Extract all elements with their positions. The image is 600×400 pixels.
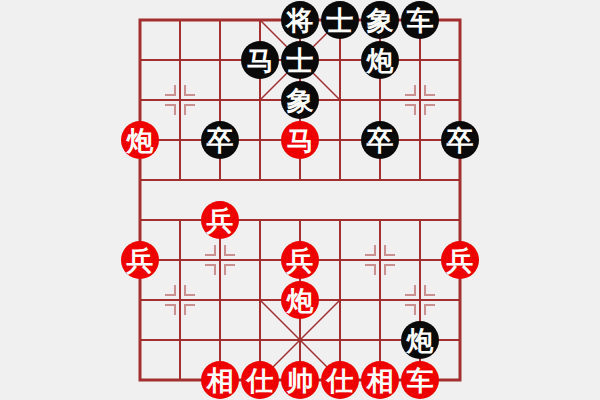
piece-black-advisor[interactable]: 士 (321, 1, 359, 39)
piece-black-soldier[interactable]: 卒 (441, 121, 479, 159)
piece-red-advisor[interactable]: 仕 (241, 361, 279, 399)
piece-red-soldier[interactable]: 兵 (201, 201, 239, 239)
piece-red-chariot[interactable]: 车 (401, 361, 439, 399)
piece-red-general[interactable]: 帅 (281, 361, 319, 399)
piece-black-elephant[interactable]: 象 (361, 1, 399, 39)
piece-red-advisor[interactable]: 仕 (321, 361, 359, 399)
piece-black-soldier[interactable]: 卒 (201, 121, 239, 159)
piece-red-soldier[interactable]: 兵 (281, 241, 319, 279)
piece-black-advisor[interactable]: 士 (281, 41, 319, 79)
piece-black-horse[interactable]: 马 (241, 41, 279, 79)
xiangqi-board-diagram: 将士象车马士炮象炮卒马卒卒兵兵兵兵炮炮相仕帅仕相车 (0, 0, 600, 400)
piece-red-elephant[interactable]: 相 (361, 361, 399, 399)
piece-layer: 将士象车马士炮象炮卒马卒卒兵兵兵兵炮炮相仕帅仕相车 (120, 0, 480, 400)
piece-red-cannon[interactable]: 炮 (121, 121, 159, 159)
piece-red-elephant[interactable]: 相 (201, 361, 239, 399)
piece-black-cannon[interactable]: 炮 (361, 41, 399, 79)
piece-red-cannon[interactable]: 炮 (281, 281, 319, 319)
piece-black-general[interactable]: 将 (281, 1, 319, 39)
piece-red-horse[interactable]: 马 (281, 121, 319, 159)
piece-black-cannon[interactable]: 炮 (401, 321, 439, 359)
piece-black-chariot[interactable]: 车 (401, 1, 439, 39)
piece-black-elephant[interactable]: 象 (281, 81, 319, 119)
piece-red-soldier[interactable]: 兵 (121, 241, 159, 279)
piece-black-soldier[interactable]: 卒 (361, 121, 399, 159)
piece-red-soldier[interactable]: 兵 (441, 241, 479, 279)
